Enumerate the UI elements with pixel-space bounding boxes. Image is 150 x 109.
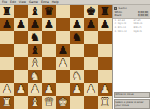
square-h7[interactable]: ♟ (98, 18, 112, 31)
square-e8[interactable] (56, 5, 70, 18)
square-c1[interactable]: ♝ (28, 96, 42, 109)
square-d1[interactable]: ♛ (42, 96, 56, 109)
white-pawn-piece[interactable]: ♟ (58, 58, 68, 69)
square-h4[interactable] (98, 57, 112, 70)
game-icon[interactable] (114, 7, 117, 10)
square-a4[interactable] (0, 57, 14, 70)
square-e3[interactable] (56, 70, 70, 83)
menu-item-game[interactable]: Game (29, 1, 38, 4)
square-e1[interactable]: ♚ (56, 96, 70, 109)
status-box-turn: White to move (114, 92, 150, 99)
square-h6[interactable] (98, 31, 112, 44)
clock-value: 0:00:00 (138, 14, 149, 17)
move-entry[interactable]: 4. Nb1-c3 (115, 31, 133, 34)
square-g3[interactable] (84, 70, 98, 83)
black-pawn-piece[interactable]: ♟ (58, 45, 68, 56)
square-h3[interactable] (98, 70, 112, 83)
chess-board: ♜♝♛♚♜♟♟♟♟♟♟♟♞♞♝♟♝♟♞♞♟♟♟♟♟♟♟♜♝♛♚♜ (0, 5, 112, 109)
square-f8[interactable] (70, 5, 84, 18)
square-c4[interactable]: ♝ (28, 57, 42, 70)
black-knight-piece[interactable]: ♞ (30, 32, 40, 43)
square-h5[interactable] (98, 44, 112, 57)
square-c7[interactable]: ♟ (28, 18, 42, 31)
black-rook-piece[interactable]: ♜ (2, 6, 12, 17)
black-pawn-piece[interactable]: ♟ (44, 19, 54, 30)
black-pawn-piece[interactable]: ♟ (100, 19, 110, 30)
square-a5[interactable] (0, 44, 14, 57)
square-b2[interactable]: ♟ (14, 83, 28, 96)
white-pawn-piece[interactable]: ♟ (16, 84, 26, 95)
square-a1[interactable]: ♜ (0, 96, 14, 109)
black-queen-piece[interactable]: ♛ (44, 6, 54, 17)
white-rook-piece[interactable]: ♜ (2, 97, 12, 108)
chess-app-window: FileEditViewGameExtraHelp ♜♝♛♚♜♟♟♟♟♟♟♟♞♞… (0, 0, 150, 109)
clock-label: Black (115, 14, 122, 17)
square-c8[interactable]: ♝ (28, 5, 42, 18)
square-g4[interactable] (84, 57, 98, 70)
square-a6[interactable] (0, 31, 14, 44)
clock-row-black: Black0:00:00 (114, 14, 149, 17)
square-c5[interactable]: ♝ (28, 44, 42, 57)
square-d5[interactable] (42, 44, 56, 57)
main-area: ♜♝♛♚♜♟♟♟♟♟♟♟♞♞♝♟♝♟♞♞♟♟♟♟♟♟♟♜♝♛♚♜ Game Wh… (0, 5, 150, 109)
move-list: 1. e2-e4e7-e52. Ng1-f3Nb8-c63. Bf1-c4Bf8… (113, 19, 150, 91)
white-rook-piece[interactable]: ♜ (100, 97, 110, 108)
square-d3[interactable] (42, 70, 56, 83)
square-e6[interactable] (56, 31, 70, 44)
white-pawn-piece[interactable]: ♟ (30, 84, 40, 95)
square-h2[interactable]: ♟ (98, 83, 112, 96)
black-king-piece[interactable]: ♚ (86, 6, 96, 17)
square-e2[interactable] (56, 83, 70, 96)
square-g1[interactable] (84, 96, 98, 109)
black-bishop-piece[interactable]: ♝ (30, 6, 40, 17)
white-queen-piece[interactable]: ♛ (44, 97, 54, 108)
menu-item-file[interactable]: File (2, 1, 7, 4)
menu-item-help[interactable]: Help (52, 1, 59, 4)
clock-rows: White0:00:00Black0:00:00 (114, 11, 149, 17)
black-pawn-piece[interactable]: ♟ (72, 19, 82, 30)
square-b6[interactable] (14, 31, 28, 44)
square-c6[interactable]: ♞ (28, 31, 42, 44)
white-bishop-piece[interactable]: ♝ (30, 58, 40, 69)
square-d2[interactable]: ♟ (42, 83, 56, 96)
square-d6[interactable] (42, 31, 56, 44)
square-g8[interactable]: ♚ (84, 5, 98, 18)
white-pawn-piece[interactable]: ♟ (100, 84, 110, 95)
white-pawn-piece[interactable]: ♟ (44, 84, 54, 95)
status-box-hint: Select a piece to enter your move (114, 99, 150, 109)
square-d7[interactable]: ♟ (42, 18, 56, 31)
square-b3[interactable] (14, 70, 28, 83)
black-pawn-piece[interactable]: ♟ (16, 19, 26, 30)
square-b1[interactable] (14, 96, 28, 109)
square-g2[interactable]: ♟ (84, 83, 98, 96)
square-f2[interactable]: ♟ (70, 83, 84, 96)
black-bishop-piece[interactable]: ♝ (30, 45, 40, 56)
menu-item-edit[interactable]: Edit (10, 1, 16, 4)
square-b8[interactable] (14, 5, 28, 18)
panel-toolbar-label: Game (119, 7, 128, 10)
white-pawn-piece[interactable]: ♟ (72, 84, 82, 95)
square-e4[interactable]: ♟ (56, 57, 70, 70)
black-pawn-piece[interactable]: ♟ (30, 19, 40, 30)
square-h8[interactable]: ♜ (98, 5, 112, 18)
white-bishop-piece[interactable]: ♝ (30, 97, 40, 108)
square-f6[interactable]: ♞ (70, 31, 84, 44)
square-c3[interactable]: ♞ (28, 70, 42, 83)
square-a3[interactable] (0, 70, 14, 83)
square-e7[interactable] (56, 18, 70, 31)
black-knight-piece[interactable]: ♞ (72, 32, 82, 43)
square-c2[interactable]: ♟ (28, 83, 42, 96)
square-e5[interactable]: ♟ (56, 44, 70, 57)
side-panel: Game White0:00:00Black0:00:00 1. e2-e4e7… (112, 5, 150, 109)
move-entry[interactable]: Ng8-f6 (134, 31, 149, 34)
white-knight-piece[interactable]: ♞ (30, 71, 40, 82)
square-a7[interactable]: ♟ (0, 18, 14, 31)
square-a2[interactable]: ♟ (0, 83, 14, 96)
square-g5[interactable] (84, 44, 98, 57)
square-g7[interactable]: ♟ (84, 18, 98, 31)
square-d8[interactable]: ♛ (42, 5, 56, 18)
menu-item-view[interactable]: View (19, 1, 26, 4)
white-pawn-piece[interactable]: ♟ (86, 84, 96, 95)
square-b4[interactable] (14, 57, 28, 70)
square-h1[interactable]: ♜ (98, 96, 112, 109)
square-f5[interactable] (70, 44, 84, 57)
white-pawn-piece[interactable]: ♟ (2, 84, 12, 95)
square-g6[interactable] (84, 31, 98, 44)
panel-header: Game White0:00:00Black0:00:00 (113, 5, 150, 19)
square-f1[interactable] (70, 96, 84, 109)
menu-item-extra[interactable]: Extra (41, 1, 49, 4)
black-pawn-piece[interactable]: ♟ (2, 19, 12, 30)
square-f3[interactable]: ♞ (70, 70, 84, 83)
square-f7[interactable]: ♟ (70, 18, 84, 31)
square-d4[interactable] (42, 57, 56, 70)
square-f4[interactable] (70, 57, 84, 70)
black-rook-piece[interactable]: ♜ (100, 6, 110, 17)
white-knight-piece[interactable]: ♞ (72, 71, 82, 82)
square-b5[interactable] (14, 44, 28, 57)
black-pawn-piece[interactable]: ♟ (86, 19, 96, 30)
white-king-piece[interactable]: ♚ (58, 97, 68, 108)
status-area: White to move Select a piece to enter yo… (113, 91, 150, 109)
square-b7[interactable]: ♟ (14, 18, 28, 31)
square-a8[interactable]: ♜ (0, 5, 14, 18)
